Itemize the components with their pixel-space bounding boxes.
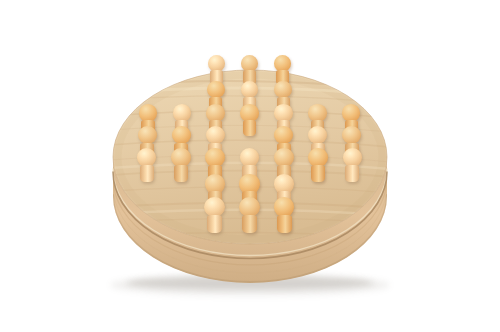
peg-body [207,215,222,234]
peg-body [277,215,292,234]
peg-r5c2[interactable] [170,148,192,182]
peg-head [274,126,293,144]
product-photo [0,0,500,332]
peg-r5c7[interactable] [341,148,363,182]
peg-r7c5[interactable] [272,197,296,233]
peg-body [345,165,359,182]
peg-head [274,81,292,98]
peg-body [242,215,257,234]
peg-body [140,165,154,182]
peg-r7c4[interactable] [238,197,262,233]
peg-head [308,126,327,144]
peg-body [174,165,188,182]
peg-head [172,126,191,144]
peg-r3c4[interactable] [239,104,260,136]
peg-head [342,126,361,144]
peg-head [241,81,259,98]
peg-head [206,126,225,144]
peg-r5c1[interactable] [136,148,158,182]
peg-r5c6[interactable] [307,148,329,182]
peg-body [311,165,325,182]
peg-head [207,81,225,98]
peg-body [243,120,256,136]
peg-r7c3[interactable] [203,197,227,233]
peg-head [138,126,157,144]
